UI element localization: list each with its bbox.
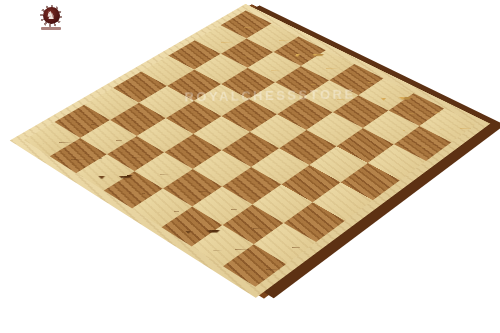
chess-board — [10, 4, 491, 298]
piece-black-rook — [240, 269, 285, 271]
brand-logo: ♞ — [39, 5, 63, 33]
square-h2 — [394, 126, 451, 161]
product-photo-chess-set: ♞ ROYALCHESSSTORE — [0, 0, 500, 333]
board-perspective — [80, 0, 420, 302]
knight-emblem-icon: ♞ — [43, 7, 60, 24]
piece-white-pawn — [410, 146, 451, 147]
logo-caption-bar — [41, 27, 61, 30]
